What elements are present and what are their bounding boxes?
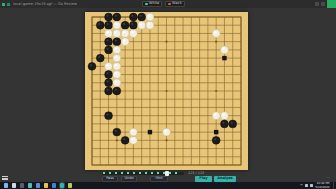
hoshi-point [116, 139, 118, 141]
stone-highlight [222, 113, 224, 115]
black-status-dot-icon [168, 3, 171, 6]
chat-icon[interactable] [28, 183, 33, 188]
title-bar: local-game-19x19.sgf — Go Review White B… [0, 0, 336, 8]
white-stone [105, 29, 113, 37]
close-button[interactable] [327, 0, 336, 8]
black-stone [105, 71, 113, 79]
stone-highlight [107, 15, 109, 17]
black-stone [96, 54, 104, 62]
player-badges: White Black [142, 1, 185, 7]
white-stone [113, 46, 121, 54]
stone-highlight [222, 122, 224, 124]
white-stone [138, 21, 146, 29]
stone-highlight [106, 64, 108, 66]
white-stone [121, 38, 129, 46]
show-desktop-button[interactable] [333, 182, 335, 189]
black-stone [229, 120, 237, 128]
menu-icon[interactable] [2, 175, 9, 181]
white-stone [105, 62, 113, 70]
stone-highlight [140, 15, 142, 17]
stone-highlight [214, 31, 216, 33]
black-stone [121, 136, 129, 144]
stone-highlight [123, 31, 125, 33]
stone-highlight [107, 39, 109, 41]
stone-highlight [115, 64, 117, 66]
taskbar-clock[interactable]: 10:42 PM 5/12/2024 [315, 182, 329, 188]
white-stone [212, 112, 220, 120]
slider-handle[interactable] [165, 171, 169, 176]
white-stone [146, 13, 154, 21]
black-square-marker [148, 130, 152, 134]
app-logo-icon [2, 3, 5, 6]
stone-highlight [115, 23, 117, 25]
move-slider[interactable] [102, 172, 184, 175]
volume-icon[interactable] [310, 184, 313, 187]
white-player-label: White [149, 2, 159, 6]
minimize-icon[interactable] [315, 2, 319, 6]
maximize-icon[interactable] [321, 2, 325, 6]
white-player-badge[interactable]: White [142, 1, 162, 7]
stone-highlight [115, 15, 117, 17]
stone-highlight [148, 23, 150, 25]
white-stone [129, 136, 137, 144]
task-view-icon[interactable] [20, 183, 25, 188]
taskbar: ^ 10:42 PM 5/12/2024 [0, 182, 336, 189]
white-stone [129, 128, 137, 136]
stone-highlight [214, 113, 216, 115]
black-stone [113, 13, 121, 21]
black-player-badge[interactable]: Black [165, 1, 184, 7]
white-stone [212, 29, 220, 37]
white-stone [163, 128, 171, 136]
stone-highlight [139, 23, 141, 25]
overflow-dots[interactable]: ··· [326, 176, 330, 180]
system-tray: ^ 10:42 PM 5/12/2024 [300, 182, 334, 189]
stone-highlight [131, 15, 133, 17]
network-icon[interactable] [305, 184, 308, 187]
hoshi-point [165, 41, 167, 43]
white-status-dot-icon [145, 3, 148, 6]
white-stone [113, 29, 121, 37]
black-stone [105, 21, 113, 29]
black-stone [105, 38, 113, 46]
black-stone [105, 46, 113, 54]
stone-highlight [107, 48, 109, 50]
stone-highlight [214, 138, 216, 140]
stone-highlight [115, 89, 117, 91]
move-counter: 123 / 123 [188, 171, 204, 174]
white-stone [113, 62, 121, 70]
stone-highlight [131, 31, 133, 33]
white-stone [113, 71, 121, 79]
go-app-icon[interactable] [60, 183, 65, 188]
settings-icon[interactable] [68, 183, 73, 188]
stone-highlight [131, 23, 133, 25]
clock-date: 5/12/2024 [315, 186, 329, 189]
go-board-svg [85, 12, 248, 170]
white-stone [121, 29, 129, 37]
stone-highlight [107, 81, 109, 83]
app-logo-icon2 [7, 3, 10, 6]
stone-highlight [164, 130, 166, 132]
search-icon[interactable] [12, 183, 17, 188]
black-player-label: Black [172, 2, 181, 6]
white-stone [146, 21, 154, 29]
stone-highlight [107, 89, 109, 91]
white-stone [113, 21, 121, 29]
black-square-marker [214, 130, 218, 134]
stone-highlight [107, 113, 109, 115]
go-board[interactable] [85, 12, 248, 170]
stone-highlight [115, 47, 117, 49]
stone-highlight [115, 80, 117, 82]
white-stone [220, 112, 228, 120]
stone-highlight [106, 31, 108, 33]
black-stone [138, 13, 146, 21]
white-stone [220, 46, 228, 54]
black-stone [121, 21, 129, 29]
black-square-marker [222, 56, 226, 60]
white-stone [113, 54, 121, 62]
stone-highlight [98, 56, 100, 58]
explorer-icon[interactable] [44, 183, 49, 188]
stone-highlight [123, 138, 125, 140]
stone-highlight [115, 72, 117, 74]
black-stone [113, 87, 121, 95]
stone-highlight [131, 138, 133, 140]
black-stone [129, 21, 137, 29]
mail-icon[interactable] [52, 183, 57, 188]
black-stone [88, 62, 96, 70]
tray-chevron-icon[interactable]: ^ [300, 184, 303, 188]
stone-highlight [90, 64, 92, 66]
black-stone [105, 13, 113, 21]
white-stone [129, 29, 137, 37]
black-stone [105, 112, 113, 120]
window-title: local-game-19x19.sgf — Go Review [13, 2, 77, 6]
stone-highlight [115, 56, 117, 58]
stone-highlight [107, 72, 109, 74]
stone-highlight [115, 130, 117, 132]
hoshi-point [215, 41, 217, 43]
black-stone [113, 38, 121, 46]
black-stone [212, 136, 220, 144]
stone-highlight [107, 23, 109, 25]
black-stone [105, 87, 113, 95]
hoshi-point [215, 90, 217, 92]
stone-highlight [115, 39, 117, 41]
stone-highlight [115, 31, 117, 33]
white-stone [113, 79, 121, 87]
black-stone [96, 21, 104, 29]
main-area: 123 / 123 PassUndoHintPlayAnalyze ··· [0, 8, 336, 182]
start-icon[interactable] [4, 183, 9, 188]
stone-highlight [123, 39, 125, 41]
black-stone [129, 13, 137, 21]
stone-highlight [98, 23, 100, 25]
app-window: local-game-19x19.sgf — Go Review White B… [0, 0, 336, 189]
hoshi-point [165, 139, 167, 141]
window-controls [315, 0, 336, 8]
stone-highlight [131, 130, 133, 132]
stone-highlight [148, 15, 150, 17]
black-stone [105, 79, 113, 87]
stone-highlight [231, 122, 233, 124]
stone-highlight [222, 47, 224, 49]
black-stone [220, 120, 228, 128]
black-stone [113, 128, 121, 136]
store-icon[interactable] [36, 183, 41, 188]
hoshi-point [165, 90, 167, 92]
stone-highlight [123, 23, 125, 25]
